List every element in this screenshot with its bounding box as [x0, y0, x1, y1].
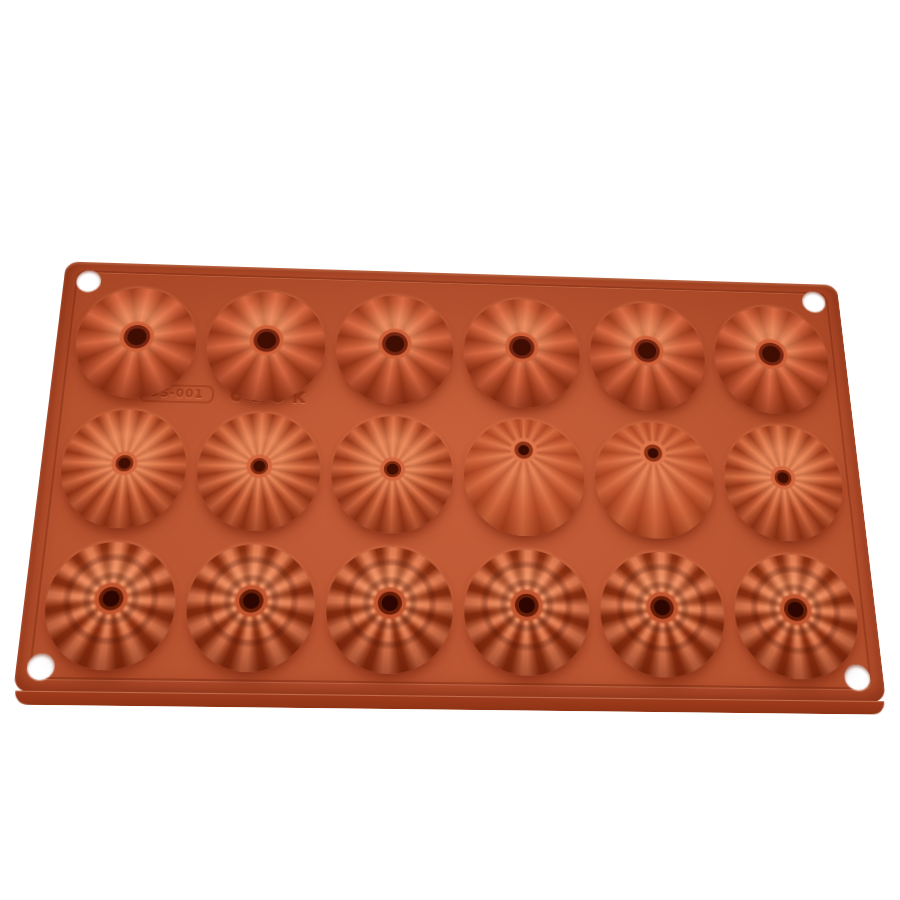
mold-cell-r3c4	[458, 542, 597, 684]
cavity-marguerite-star-r3c3	[323, 546, 452, 675]
corner-hole-bottom-right	[843, 664, 871, 690]
cavity-bundt-crown-r1c3	[334, 294, 453, 406]
mold-cell-r3c2	[175, 537, 323, 681]
mold-cell-r3c3	[317, 539, 458, 682]
cavity-grid	[30, 280, 870, 687]
mold-cell-r1c4	[458, 292, 587, 416]
cavity-marguerite-star-r3c6	[730, 554, 864, 681]
mold-cell-r1c3	[328, 288, 458, 412]
cavity-marguerite-star-r3c1	[37, 541, 179, 671]
cavity-chimney-dome-r2c4	[463, 418, 585, 537]
mold-cell-r1c6	[705, 299, 840, 421]
cavity-marguerite-star-r3c2	[181, 544, 317, 674]
cavity-bundt-crown-r1c5	[587, 301, 708, 412]
mold-cell-r3c6	[724, 547, 870, 688]
cavity-spiral-kugelhopf-r2c2	[192, 412, 322, 533]
mold-cell-r2c2	[186, 406, 328, 540]
mold-cell-r2c5	[587, 415, 724, 547]
mold-perspective-wrap: DS-001 cook	[13, 261, 886, 702]
cavity-marguerite-star-r3c4	[464, 549, 591, 677]
cavity-bundt-crown-r1c4	[463, 298, 581, 409]
cavity-bundt-crown-r1c6	[710, 305, 834, 415]
cavity-chimney-dome-r2c5	[592, 421, 718, 540]
cavity-spiral-kugelhopf-r2c3	[329, 415, 453, 535]
cavity-bundt-crown-r1c1	[69, 286, 200, 399]
mold-cell-r3c5	[592, 544, 735, 685]
mold-cell-r2c6	[714, 418, 854, 549]
mold-cell-r2c1	[47, 402, 196, 536]
cavity-spiral-kugelhopf-r2c1	[54, 409, 190, 530]
cavity-bundt-crown-r1c2	[202, 290, 327, 402]
mold-cell-r2c4	[458, 412, 592, 544]
corner-hole-bottom-left	[26, 653, 57, 680]
mold-cell-r1c2	[196, 284, 332, 409]
cavity-spiral-kugelhopf-r2c6	[720, 425, 849, 543]
mold-cell-r3c1	[30, 534, 186, 678]
product-photo: DS-001 cook	[0, 0, 900, 900]
mold-cell-r2c3	[323, 409, 458, 542]
silicone-mold: DS-001 cook	[13, 261, 886, 702]
cavity-marguerite-star-r3c5	[597, 551, 728, 678]
mold-cell-r1c1	[63, 280, 206, 405]
mold-cell-r1c5	[582, 295, 714, 418]
